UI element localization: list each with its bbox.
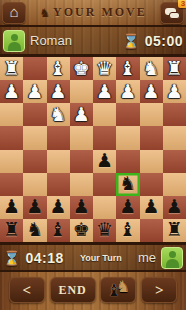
square-f6[interactable] [47, 173, 70, 196]
square-b4[interactable] [140, 126, 163, 149]
square-a5[interactable] [163, 150, 186, 173]
square-g5[interactable] [23, 150, 46, 173]
square-b3[interactable] [140, 103, 163, 126]
white-pawn: ♟ [26, 82, 43, 101]
black-knight: ♞ [119, 174, 136, 193]
black-rook: ♜ [3, 220, 20, 239]
person-icon [169, 251, 176, 258]
black-pawn: ♟ [143, 197, 160, 216]
square-g6[interactable] [23, 173, 46, 196]
square-h3[interactable] [0, 103, 23, 126]
opponent-bar: Roman ⌛ 05:00 [0, 27, 186, 56]
black-pawn: ♟ [50, 197, 67, 216]
square-g8[interactable]: ♞ [23, 219, 46, 242]
black-pawn: ♟ [166, 197, 183, 216]
black-knight: ♞ [26, 220, 43, 239]
square-e2[interactable] [70, 80, 93, 103]
title-wrap: ♞ YOUR MOVE [39, 5, 146, 20]
square-b2[interactable]: ♟ [140, 80, 163, 103]
square-h2[interactable]: ♟ [0, 80, 23, 103]
square-a4[interactable] [163, 126, 186, 149]
square-g3[interactable] [23, 103, 46, 126]
black-pawn: ♟ [3, 197, 20, 216]
white-pawn: ♟ [96, 82, 113, 101]
square-e3[interactable]: ♟ [70, 103, 93, 126]
square-h8[interactable]: ♜ [0, 219, 23, 242]
chat-button[interactable]: 3 [160, 2, 184, 24]
end-game-button[interactable]: END [50, 277, 96, 303]
square-e4[interactable] [70, 126, 93, 149]
square-d7[interactable] [93, 196, 116, 219]
chess-app-window: ⌂ ♞ YOUR MOVE 3 Roman ⌛ 05:00 ♜♝♚♛♝♞♜♟♟♟… [0, 0, 186, 310]
white-pawn: ♟ [119, 82, 136, 101]
square-b5[interactable] [140, 150, 163, 173]
white-pawn: ♟ [3, 82, 20, 101]
square-c8[interactable]: ♝ [116, 219, 139, 242]
square-f5[interactable] [47, 150, 70, 173]
square-a3[interactable] [163, 103, 186, 126]
chat-badge: 3 [178, 0, 186, 8]
bishop-knight-icon: ♞ ♝ [106, 279, 130, 301]
square-f4[interactable] [47, 126, 70, 149]
square-g7[interactable]: ♟ [23, 196, 46, 219]
black-bishop: ♝ [50, 220, 67, 239]
square-b6[interactable] [140, 173, 163, 196]
square-e5[interactable] [70, 150, 93, 173]
white-knight: ♞ [143, 59, 160, 78]
white-pawn: ♟ [166, 82, 183, 101]
white-rook: ♜ [166, 59, 183, 78]
page-title: YOUR MOVE [53, 5, 147, 20]
square-c1[interactable]: ♝ [116, 57, 139, 80]
black-bishop: ♝ [119, 220, 136, 239]
square-e1[interactable]: ♚ [70, 57, 93, 80]
black-rook: ♜ [166, 220, 183, 239]
hourglass-icon: ⌛ [122, 34, 139, 48]
square-g4[interactable] [23, 126, 46, 149]
square-h6[interactable] [0, 173, 23, 196]
square-c4[interactable] [116, 126, 139, 149]
bottom-toolbar: < END ♞ ♝ > [0, 272, 186, 308]
hourglass-icon: ⌛ [3, 251, 20, 265]
white-knight: ♞ [50, 105, 67, 124]
square-d6[interactable] [93, 173, 116, 196]
square-e6[interactable] [70, 173, 93, 196]
square-c2[interactable]: ♟ [116, 80, 139, 103]
black-king: ♚ [73, 220, 90, 239]
black-pawn: ♟ [96, 151, 113, 170]
square-b7[interactable]: ♟ [140, 196, 163, 219]
square-f1[interactable]: ♝ [47, 57, 70, 80]
square-f7[interactable]: ♟ [47, 196, 70, 219]
square-g2[interactable]: ♟ [23, 80, 46, 103]
right-arrow-icon: > [155, 283, 164, 298]
turn-status: Your Turn [80, 253, 122, 263]
person-icon [11, 34, 18, 41]
end-button-label: END [58, 283, 86, 298]
white-pawn: ♟ [50, 82, 67, 101]
square-g1[interactable] [23, 57, 46, 80]
square-c7[interactable]: ♟ [116, 196, 139, 219]
square-a2[interactable]: ♟ [163, 80, 186, 103]
white-bishop: ♝ [119, 59, 136, 78]
pieces-button[interactable]: ♞ ♝ [100, 277, 136, 303]
square-a1[interactable]: ♜ [163, 57, 186, 80]
square-e8[interactable]: ♚ [70, 219, 93, 242]
square-c6[interactable]: ♞ [116, 173, 139, 196]
square-d2[interactable]: ♟ [93, 80, 116, 103]
square-b1[interactable]: ♞ [140, 57, 163, 80]
square-d8[interactable]: ♛ [93, 219, 116, 242]
chess-board: ♜♝♚♛♝♞♜♟♟♟♟♟♟♟♞♟♟♞♟♟♟♟♟♟♟♜♞♝♚♛♝♜ [0, 56, 186, 242]
square-f2[interactable]: ♟ [47, 80, 70, 103]
square-d1[interactable]: ♛ [93, 57, 116, 80]
square-h5[interactable] [0, 150, 23, 173]
square-d3[interactable] [93, 103, 116, 126]
white-bishop: ♝ [50, 59, 67, 78]
white-queen: ♛ [96, 59, 113, 78]
square-a8[interactable]: ♜ [163, 219, 186, 242]
square-h7[interactable]: ♟ [0, 196, 23, 219]
player-bar: ⌛ 04:18 Your Turn me [0, 242, 186, 272]
square-b8[interactable] [140, 219, 163, 242]
white-rook: ♜ [3, 59, 20, 78]
opponent-clock: 05:00 [145, 33, 183, 49]
black-pawn: ♟ [73, 197, 90, 216]
white-pawn: ♟ [73, 105, 90, 124]
opponent-name: Roman [30, 33, 72, 48]
square-d5[interactable]: ♟ [93, 150, 116, 173]
square-h4[interactable] [0, 126, 23, 149]
player-avatar[interactable] [161, 247, 183, 269]
home-button[interactable]: ⌂ [2, 2, 26, 24]
home-icon: ⌂ [9, 4, 18, 19]
square-a7[interactable]: ♟ [163, 196, 186, 219]
prev-move-button[interactable]: < [9, 277, 45, 303]
knight-icon: ♞ [39, 7, 50, 19]
white-pawn: ♟ [143, 82, 160, 101]
square-c5[interactable] [116, 150, 139, 173]
square-e7[interactable]: ♟ [70, 196, 93, 219]
black-pawn: ♟ [119, 197, 136, 216]
header-bar: ⌂ ♞ YOUR MOVE 3 [0, 0, 186, 27]
left-arrow-icon: < [23, 283, 32, 298]
opponent-avatar[interactable] [3, 30, 25, 52]
square-h1[interactable]: ♜ [0, 57, 23, 80]
square-a6[interactable] [163, 173, 186, 196]
player-name: me [138, 250, 156, 265]
square-d4[interactable] [93, 126, 116, 149]
white-king: ♚ [73, 59, 90, 78]
square-f3[interactable]: ♞ [47, 103, 70, 126]
black-queen: ♛ [96, 220, 113, 239]
next-move-button[interactable]: > [141, 277, 177, 303]
square-f8[interactable]: ♝ [47, 219, 70, 242]
square-c3[interactable] [116, 103, 139, 126]
player-clock: 04:18 [25, 250, 63, 266]
black-pawn: ♟ [26, 197, 43, 216]
